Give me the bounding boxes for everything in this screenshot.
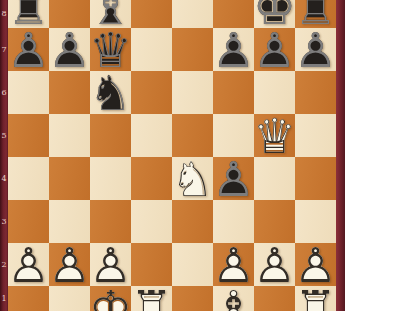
square-e7[interactable] bbox=[172, 28, 213, 71]
rank-label-6: 6 bbox=[0, 71, 8, 114]
rank-label-8: 8 bbox=[0, 0, 8, 28]
black-bishop[interactable]: ♝♗ bbox=[90, 0, 131, 28]
square-g3[interactable] bbox=[254, 200, 295, 243]
black-pawn-icon: ♟ bbox=[212, 26, 255, 74]
rank-label-2: 2 bbox=[0, 243, 8, 286]
square-h8[interactable]: ♜♖ bbox=[295, 0, 336, 28]
black-king-icon: ♚ bbox=[253, 0, 296, 31]
rank-label-3: 3 bbox=[0, 200, 8, 243]
white-rook-icon: ♜ bbox=[294, 284, 337, 311]
black-pawn-outline-icon: ♙ bbox=[7, 26, 50, 74]
rank-labels-strip: 87654321 bbox=[0, 0, 8, 311]
black-queen[interactable]: ♛♕ bbox=[90, 28, 131, 71]
square-h7[interactable]: ♟♙ bbox=[295, 28, 336, 71]
white-bishop[interactable]: ♝♗ bbox=[213, 286, 254, 311]
rank-label-7: 7 bbox=[0, 28, 8, 71]
black-king-outline-icon: ♔ bbox=[253, 0, 296, 31]
black-rook-outline-icon: ♖ bbox=[7, 0, 50, 31]
white-knight[interactable]: ♞♘ bbox=[172, 157, 213, 200]
square-c4[interactable] bbox=[90, 157, 131, 200]
white-queen-outline-icon: ♕ bbox=[253, 112, 296, 160]
square-e1[interactable] bbox=[172, 286, 213, 311]
black-pawn-icon: ♟ bbox=[48, 26, 91, 74]
black-pawn[interactable]: ♟♙ bbox=[49, 28, 90, 71]
square-d6[interactable] bbox=[131, 71, 172, 114]
black-pawn-icon: ♟ bbox=[253, 26, 296, 74]
white-bishop-icon: ♝ bbox=[212, 284, 255, 311]
square-b4[interactable] bbox=[49, 157, 90, 200]
square-d1[interactable]: ♜♖ bbox=[131, 286, 172, 311]
rank-label-5: 5 bbox=[0, 114, 8, 157]
white-knight-outline-icon: ♘ bbox=[171, 155, 214, 203]
square-h4[interactable] bbox=[295, 157, 336, 200]
white-pawn-outline-icon: ♙ bbox=[294, 241, 337, 289]
white-pawn-icon: ♟ bbox=[253, 241, 296, 289]
square-a3[interactable] bbox=[8, 200, 49, 243]
square-d8[interactable] bbox=[131, 0, 172, 28]
black-pawn-icon: ♟ bbox=[7, 26, 50, 74]
square-a6[interactable] bbox=[8, 71, 49, 114]
square-g6[interactable] bbox=[254, 71, 295, 114]
black-bishop-outline-icon: ♗ bbox=[89, 0, 132, 31]
square-f6[interactable] bbox=[213, 71, 254, 114]
square-e2[interactable] bbox=[172, 243, 213, 286]
black-rook[interactable]: ♜♖ bbox=[8, 0, 49, 28]
white-pawn[interactable]: ♟♙ bbox=[213, 243, 254, 286]
square-c2[interactable]: ♟♙ bbox=[90, 243, 131, 286]
square-a1[interactable] bbox=[8, 286, 49, 311]
black-queen-outline-icon: ♕ bbox=[89, 26, 132, 74]
square-c8[interactable]: ♝♗ bbox=[90, 0, 131, 28]
black-pawn-icon: ♟ bbox=[212, 155, 255, 203]
square-c6[interactable]: ♞♘ bbox=[90, 71, 131, 114]
black-pawn-outline-icon: ♙ bbox=[212, 26, 255, 74]
square-e3[interactable] bbox=[172, 200, 213, 243]
black-pawn-outline-icon: ♙ bbox=[294, 26, 337, 74]
white-queen[interactable]: ♛♕ bbox=[254, 114, 295, 157]
square-d4[interactable] bbox=[131, 157, 172, 200]
square-a5[interactable] bbox=[8, 114, 49, 157]
square-d2[interactable] bbox=[131, 243, 172, 286]
square-h2[interactable]: ♟♙ bbox=[295, 243, 336, 286]
square-g2[interactable]: ♟♙ bbox=[254, 243, 295, 286]
black-pawn-outline-icon: ♙ bbox=[48, 26, 91, 74]
black-knight-outline-icon: ♘ bbox=[89, 69, 132, 117]
square-b3[interactable] bbox=[49, 200, 90, 243]
white-pawn-icon: ♟ bbox=[48, 241, 91, 289]
white-rook-outline-icon: ♖ bbox=[294, 284, 337, 311]
square-c3[interactable] bbox=[90, 200, 131, 243]
square-h1[interactable]: ♜♖ bbox=[295, 286, 336, 311]
square-g7[interactable]: ♟♙ bbox=[254, 28, 295, 71]
white-king[interactable]: ♚♔ bbox=[90, 286, 131, 311]
white-pawn[interactable]: ♟♙ bbox=[254, 243, 295, 286]
square-f2[interactable]: ♟♙ bbox=[213, 243, 254, 286]
square-g8[interactable]: ♚♔ bbox=[254, 0, 295, 28]
white-pawn-outline-icon: ♙ bbox=[212, 241, 255, 289]
black-king[interactable]: ♚♔ bbox=[254, 0, 295, 28]
white-rook[interactable]: ♜♖ bbox=[295, 286, 336, 311]
square-c7[interactable]: ♛♕ bbox=[90, 28, 131, 71]
square-d5[interactable] bbox=[131, 114, 172, 157]
square-b7[interactable]: ♟♙ bbox=[49, 28, 90, 71]
chess-app-window: 87654321 ♜♖♝♗♚♔♜♖♟♙♟♙♛♕♟♙♟♙♟♙♞♘♛♕♞♘♟♙♟♙♟… bbox=[0, 0, 414, 311]
white-pawn[interactable]: ♟♙ bbox=[49, 243, 90, 286]
white-pawn-outline-icon: ♙ bbox=[89, 241, 132, 289]
white-pawn[interactable]: ♟♙ bbox=[295, 243, 336, 286]
white-pawn-outline-icon: ♙ bbox=[7, 241, 50, 289]
black-queen-icon: ♛ bbox=[89, 26, 132, 74]
square-e6[interactable] bbox=[172, 71, 213, 114]
square-h3[interactable] bbox=[295, 200, 336, 243]
white-pawn-icon: ♟ bbox=[89, 241, 132, 289]
black-pawn-outline-icon: ♙ bbox=[253, 26, 296, 74]
white-king-outline-icon: ♔ bbox=[89, 284, 132, 311]
square-f3[interactable] bbox=[213, 200, 254, 243]
white-pawn-outline-icon: ♙ bbox=[253, 241, 296, 289]
square-h5[interactable] bbox=[295, 114, 336, 157]
black-pawn[interactable]: ♟♙ bbox=[213, 28, 254, 71]
square-a8[interactable]: ♜♖ bbox=[8, 0, 49, 28]
square-e8[interactable] bbox=[172, 0, 213, 28]
black-rook-outline-icon: ♖ bbox=[294, 0, 337, 31]
square-h6[interactable] bbox=[295, 71, 336, 114]
square-g5[interactable]: ♛♕ bbox=[254, 114, 295, 157]
square-c5[interactable] bbox=[90, 114, 131, 157]
black-rook-icon: ♜ bbox=[7, 0, 50, 31]
black-pawn-icon: ♟ bbox=[294, 26, 337, 74]
black-knight-icon: ♞ bbox=[89, 69, 132, 117]
white-knight-icon: ♞ bbox=[171, 155, 214, 203]
square-f8[interactable] bbox=[213, 0, 254, 28]
square-b6[interactable] bbox=[49, 71, 90, 114]
black-pawn[interactable]: ♟♙ bbox=[8, 28, 49, 71]
black-pawn-outline-icon: ♙ bbox=[212, 155, 255, 203]
white-pawn[interactable]: ♟♙ bbox=[8, 243, 49, 286]
black-rook-icon: ♜ bbox=[294, 0, 337, 31]
white-queen-icon: ♛ bbox=[253, 112, 296, 160]
black-pawn[interactable]: ♟♙ bbox=[213, 157, 254, 200]
square-b2[interactable]: ♟♙ bbox=[49, 243, 90, 286]
square-d7[interactable] bbox=[131, 28, 172, 71]
white-rook-icon: ♜ bbox=[130, 284, 173, 311]
square-a7[interactable]: ♟♙ bbox=[8, 28, 49, 71]
black-knight[interactable]: ♞♘ bbox=[90, 71, 131, 114]
white-pawn-outline-icon: ♙ bbox=[48, 241, 91, 289]
chess-board[interactable]: ♜♖♝♗♚♔♜♖♟♙♟♙♛♕♟♙♟♙♟♙♞♘♛♕♞♘♟♙♟♙♟♙♟♙♟♙♟♙♟♙… bbox=[8, 0, 336, 311]
square-c1[interactable]: ♚♔ bbox=[90, 286, 131, 311]
white-pawn-icon: ♟ bbox=[212, 241, 255, 289]
rank-label-1: 1 bbox=[0, 286, 8, 311]
white-pawn-icon: ♟ bbox=[294, 241, 337, 289]
black-bishop-icon: ♝ bbox=[89, 0, 132, 31]
black-pawn[interactable]: ♟♙ bbox=[254, 28, 295, 71]
rank-label-4: 4 bbox=[0, 157, 8, 200]
square-a2[interactable]: ♟♙ bbox=[8, 243, 49, 286]
square-a4[interactable] bbox=[8, 157, 49, 200]
square-g4[interactable] bbox=[254, 157, 295, 200]
square-b5[interactable] bbox=[49, 114, 90, 157]
square-f1[interactable]: ♝♗ bbox=[213, 286, 254, 311]
board-right-border bbox=[336, 0, 345, 311]
white-pawn-icon: ♟ bbox=[7, 241, 50, 289]
square-d3[interactable] bbox=[131, 200, 172, 243]
white-rook-outline-icon: ♖ bbox=[130, 284, 173, 311]
square-f5[interactable] bbox=[213, 114, 254, 157]
white-bishop-outline-icon: ♗ bbox=[212, 284, 255, 311]
black-rook[interactable]: ♜♖ bbox=[295, 0, 336, 28]
square-f7[interactable]: ♟♙ bbox=[213, 28, 254, 71]
white-king-icon: ♚ bbox=[89, 284, 132, 311]
white-pawn[interactable]: ♟♙ bbox=[90, 243, 131, 286]
square-e5[interactable] bbox=[172, 114, 213, 157]
square-b8[interactable] bbox=[49, 0, 90, 28]
white-rook[interactable]: ♜♖ bbox=[131, 286, 172, 311]
square-g1[interactable] bbox=[254, 286, 295, 311]
square-f4[interactable]: ♟♙ bbox=[213, 157, 254, 200]
square-e4[interactable]: ♞♘ bbox=[172, 157, 213, 200]
square-b1[interactable] bbox=[49, 286, 90, 311]
black-pawn[interactable]: ♟♙ bbox=[295, 28, 336, 71]
